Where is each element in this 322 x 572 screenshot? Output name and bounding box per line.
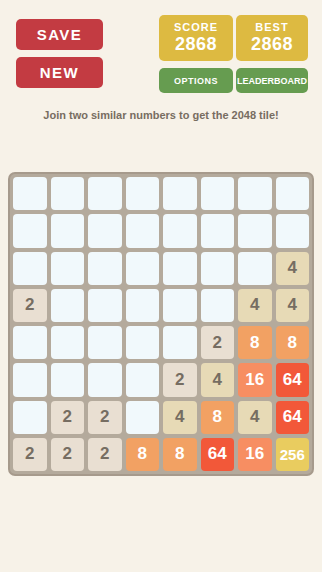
- board[interactable]: 42442882416642248464222886416256: [8, 172, 314, 476]
- cell-empty: [126, 363, 160, 396]
- tile-16: 16: [238, 363, 272, 396]
- cell-empty: [88, 289, 122, 322]
- cell-empty: [13, 363, 47, 396]
- cell-empty: [238, 214, 272, 247]
- cell-empty: [163, 252, 197, 285]
- cell-empty: [13, 401, 47, 434]
- score-box: SCORE 2868: [159, 15, 233, 61]
- tile-256: 256: [276, 438, 310, 471]
- cell-empty: [201, 252, 235, 285]
- best-value: 2868: [251, 34, 293, 55]
- cell-empty: [126, 214, 160, 247]
- cell-empty: [51, 289, 85, 322]
- tile-4: 4: [276, 252, 310, 285]
- cell-empty: [126, 252, 160, 285]
- tile-4: 4: [276, 289, 310, 322]
- cell-empty: [163, 326, 197, 359]
- cell-empty: [238, 177, 272, 210]
- tile-2: 2: [88, 401, 122, 434]
- tile-8: 8: [163, 438, 197, 471]
- tile-2: 2: [13, 289, 47, 322]
- save-button[interactable]: SAVE: [16, 19, 103, 50]
- cell-empty: [88, 363, 122, 396]
- cell-empty: [276, 177, 310, 210]
- cell-empty: [51, 252, 85, 285]
- tile-2: 2: [88, 438, 122, 471]
- cell-empty: [163, 214, 197, 247]
- cell-empty: [238, 252, 272, 285]
- tile-8: 8: [201, 401, 235, 434]
- cell-empty: [51, 214, 85, 247]
- cell-empty: [13, 214, 47, 247]
- cell-empty: [276, 214, 310, 247]
- cell-empty: [88, 326, 122, 359]
- tile-2: 2: [51, 438, 85, 471]
- cell-empty: [126, 326, 160, 359]
- cell-empty: [126, 177, 160, 210]
- tile-64: 64: [276, 363, 310, 396]
- tile-64: 64: [276, 401, 310, 434]
- tile-8: 8: [126, 438, 160, 471]
- tile-4: 4: [238, 401, 272, 434]
- score-value: 2868: [175, 34, 217, 55]
- cell-empty: [201, 214, 235, 247]
- cell-empty: [88, 252, 122, 285]
- tile-2: 2: [51, 401, 85, 434]
- tile-4: 4: [163, 401, 197, 434]
- tip-text: Join two similar numbers to get the 2048…: [0, 109, 322, 121]
- tile-4: 4: [201, 363, 235, 396]
- new-button[interactable]: NEW: [16, 57, 103, 88]
- cell-empty: [88, 177, 122, 210]
- tile-8: 8: [238, 326, 272, 359]
- best-label: BEST: [255, 21, 288, 34]
- cell-empty: [126, 401, 160, 434]
- cell-empty: [13, 326, 47, 359]
- tile-2: 2: [163, 363, 197, 396]
- cell-empty: [51, 363, 85, 396]
- tile-64: 64: [201, 438, 235, 471]
- tile-4: 4: [238, 289, 272, 322]
- cell-empty: [13, 177, 47, 210]
- tile-16: 16: [238, 438, 272, 471]
- cell-empty: [163, 177, 197, 210]
- cell-empty: [51, 326, 85, 359]
- cell-empty: [201, 289, 235, 322]
- best-box: BEST 2868: [236, 15, 308, 61]
- cell-empty: [88, 214, 122, 247]
- tile-8: 8: [276, 326, 310, 359]
- tile-2: 2: [13, 438, 47, 471]
- score-label: SCORE: [174, 21, 218, 34]
- cell-empty: [13, 252, 47, 285]
- tile-2: 2: [201, 326, 235, 359]
- cell-empty: [51, 177, 85, 210]
- options-button[interactable]: OPTIONS: [159, 68, 233, 93]
- cell-empty: [201, 177, 235, 210]
- cell-empty: [126, 289, 160, 322]
- leaderboard-button[interactable]: LEADERBOARD: [236, 68, 308, 93]
- cell-empty: [163, 289, 197, 322]
